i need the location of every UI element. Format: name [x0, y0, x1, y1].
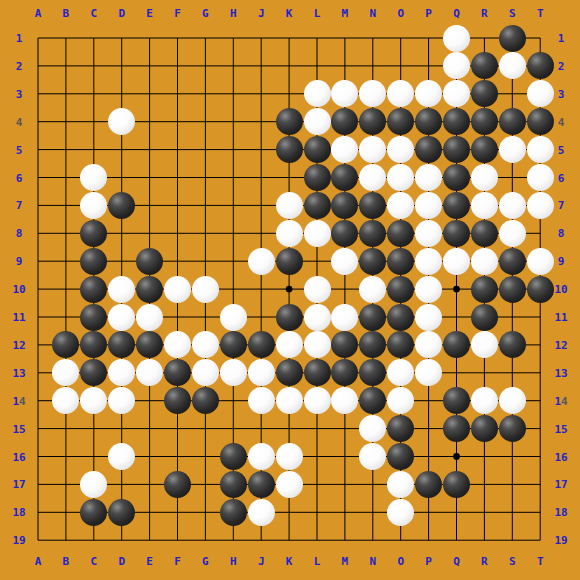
point-N7[interactable]	[359, 191, 387, 219]
point-J14[interactable]	[247, 387, 275, 415]
point-N16[interactable]	[359, 443, 387, 471]
point-S2[interactable]	[498, 52, 526, 80]
point-L18[interactable]	[303, 498, 331, 526]
point-D4[interactable]	[108, 108, 136, 136]
point-J6[interactable]	[247, 164, 275, 192]
point-Q1[interactable]	[443, 24, 471, 52]
point-R13[interactable]	[470, 359, 498, 387]
point-K16[interactable]	[275, 443, 303, 471]
point-F13[interactable]	[164, 359, 192, 387]
point-O1[interactable]	[387, 24, 415, 52]
point-G12[interactable]	[191, 331, 219, 359]
point-R1[interactable]	[470, 24, 498, 52]
point-P6[interactable]	[415, 164, 443, 192]
point-G13[interactable]	[191, 359, 219, 387]
point-S12[interactable]	[498, 331, 526, 359]
point-Q3[interactable]	[443, 80, 471, 108]
point-B17[interactable]	[52, 470, 80, 498]
point-F3[interactable]	[164, 80, 192, 108]
point-D11[interactable]	[108, 303, 136, 331]
point-B3[interactable]	[52, 80, 80, 108]
point-D18[interactable]	[108, 498, 136, 526]
point-J10[interactable]	[247, 275, 275, 303]
point-G4[interactable]	[191, 108, 219, 136]
point-D10[interactable]	[108, 275, 136, 303]
point-B1[interactable]	[52, 24, 80, 52]
point-Q18[interactable]	[443, 498, 471, 526]
point-F16[interactable]	[164, 443, 192, 471]
point-B9[interactable]	[52, 247, 80, 275]
point-C15[interactable]	[80, 415, 108, 443]
point-G3[interactable]	[191, 80, 219, 108]
point-G6[interactable]	[191, 164, 219, 192]
point-T13[interactable]	[526, 359, 554, 387]
point-H17[interactable]	[219, 470, 247, 498]
point-M5[interactable]	[331, 136, 359, 164]
point-C19[interactable]	[80, 526, 108, 554]
point-N6[interactable]	[359, 164, 387, 192]
point-M16[interactable]	[331, 443, 359, 471]
point-T18[interactable]	[526, 498, 554, 526]
point-J12[interactable]	[247, 331, 275, 359]
point-P7[interactable]	[415, 191, 443, 219]
point-R19[interactable]	[470, 526, 498, 554]
point-F2[interactable]	[164, 52, 192, 80]
point-F15[interactable]	[164, 415, 192, 443]
point-T19[interactable]	[526, 526, 554, 554]
point-N3[interactable]	[359, 80, 387, 108]
point-G17[interactable]	[191, 470, 219, 498]
point-D5[interactable]	[108, 136, 136, 164]
point-C9[interactable]	[80, 247, 108, 275]
point-L14[interactable]	[303, 387, 331, 415]
point-C6[interactable]	[80, 164, 108, 192]
point-E12[interactable]	[136, 331, 164, 359]
point-Q15[interactable]	[443, 415, 471, 443]
point-L3[interactable]	[303, 80, 331, 108]
point-H18[interactable]	[219, 498, 247, 526]
point-P1[interactable]	[415, 24, 443, 52]
point-J5[interactable]	[247, 136, 275, 164]
point-R3[interactable]	[470, 80, 498, 108]
point-E19[interactable]	[136, 526, 164, 554]
point-K11[interactable]	[275, 303, 303, 331]
point-K2[interactable]	[275, 52, 303, 80]
point-S14[interactable]	[498, 387, 526, 415]
point-P10[interactable]	[415, 275, 443, 303]
point-F9[interactable]	[164, 247, 192, 275]
point-N5[interactable]	[359, 136, 387, 164]
point-N9[interactable]	[359, 247, 387, 275]
point-O8[interactable]	[387, 219, 415, 247]
point-R11[interactable]	[470, 303, 498, 331]
point-T8[interactable]	[526, 219, 554, 247]
point-K6[interactable]	[275, 164, 303, 192]
point-J9[interactable]	[247, 247, 275, 275]
point-E9[interactable]	[136, 247, 164, 275]
point-S1[interactable]	[498, 24, 526, 52]
point-G15[interactable]	[191, 415, 219, 443]
point-S8[interactable]	[498, 219, 526, 247]
point-C4[interactable]	[80, 108, 108, 136]
point-D12[interactable]	[108, 331, 136, 359]
point-A11[interactable]	[24, 303, 52, 331]
point-B15[interactable]	[52, 415, 80, 443]
point-S11[interactable]	[498, 303, 526, 331]
point-O10[interactable]	[387, 275, 415, 303]
point-M19[interactable]	[331, 526, 359, 554]
point-B6[interactable]	[52, 164, 80, 192]
point-P9[interactable]	[415, 247, 443, 275]
point-O6[interactable]	[387, 164, 415, 192]
point-O19[interactable]	[387, 526, 415, 554]
point-R8[interactable]	[470, 219, 498, 247]
point-H14[interactable]	[219, 387, 247, 415]
point-J4[interactable]	[247, 108, 275, 136]
point-K15[interactable]	[275, 415, 303, 443]
point-E18[interactable]	[136, 498, 164, 526]
point-J8[interactable]	[247, 219, 275, 247]
point-O15[interactable]	[387, 415, 415, 443]
point-C14[interactable]	[80, 387, 108, 415]
point-M8[interactable]	[331, 219, 359, 247]
point-J17[interactable]	[247, 470, 275, 498]
point-B11[interactable]	[52, 303, 80, 331]
point-E16[interactable]	[136, 443, 164, 471]
point-T11[interactable]	[526, 303, 554, 331]
point-K10[interactable]	[275, 275, 303, 303]
point-R4[interactable]	[470, 108, 498, 136]
point-F18[interactable]	[164, 498, 192, 526]
point-C7[interactable]	[80, 191, 108, 219]
point-C17[interactable]	[80, 470, 108, 498]
point-G11[interactable]	[191, 303, 219, 331]
point-E1[interactable]	[136, 24, 164, 52]
point-N11[interactable]	[359, 303, 387, 331]
point-R5[interactable]	[470, 136, 498, 164]
point-J19[interactable]	[247, 526, 275, 554]
point-G8[interactable]	[191, 219, 219, 247]
point-N13[interactable]	[359, 359, 387, 387]
point-T15[interactable]	[526, 415, 554, 443]
point-C3[interactable]	[80, 80, 108, 108]
point-P19[interactable]	[415, 526, 443, 554]
point-L1[interactable]	[303, 24, 331, 52]
point-N14[interactable]	[359, 387, 387, 415]
point-S5[interactable]	[498, 136, 526, 164]
point-F10[interactable]	[164, 275, 192, 303]
point-A1[interactable]	[24, 24, 52, 52]
point-C1[interactable]	[80, 24, 108, 52]
point-Q4[interactable]	[443, 108, 471, 136]
point-B18[interactable]	[52, 498, 80, 526]
point-L19[interactable]	[303, 526, 331, 554]
point-T3[interactable]	[526, 80, 554, 108]
point-P18[interactable]	[415, 498, 443, 526]
point-O14[interactable]	[387, 387, 415, 415]
point-M10[interactable]	[331, 275, 359, 303]
point-S15[interactable]	[498, 415, 526, 443]
point-B12[interactable]	[52, 331, 80, 359]
point-G19[interactable]	[191, 526, 219, 554]
point-H12[interactable]	[219, 331, 247, 359]
point-A16[interactable]	[24, 443, 52, 471]
point-E13[interactable]	[136, 359, 164, 387]
point-L8[interactable]	[303, 219, 331, 247]
point-F12[interactable]	[164, 331, 192, 359]
point-G9[interactable]	[191, 247, 219, 275]
point-L5[interactable]	[303, 136, 331, 164]
point-T4[interactable]	[526, 108, 554, 136]
point-A8[interactable]	[24, 219, 52, 247]
point-T14[interactable]	[526, 387, 554, 415]
point-C16[interactable]	[80, 443, 108, 471]
point-M12[interactable]	[331, 331, 359, 359]
point-E5[interactable]	[136, 136, 164, 164]
point-L15[interactable]	[303, 415, 331, 443]
point-D6[interactable]	[108, 164, 136, 192]
point-K18[interactable]	[275, 498, 303, 526]
point-Q19[interactable]	[443, 526, 471, 554]
point-Q10[interactable]	[443, 275, 471, 303]
point-K5[interactable]	[275, 136, 303, 164]
point-J16[interactable]	[247, 443, 275, 471]
point-T7[interactable]	[526, 191, 554, 219]
point-N2[interactable]	[359, 52, 387, 80]
point-B10[interactable]	[52, 275, 80, 303]
point-R12[interactable]	[470, 331, 498, 359]
point-P14[interactable]	[415, 387, 443, 415]
point-M9[interactable]	[331, 247, 359, 275]
point-P16[interactable]	[415, 443, 443, 471]
point-R17[interactable]	[470, 470, 498, 498]
point-S4[interactable]	[498, 108, 526, 136]
point-P13[interactable]	[415, 359, 443, 387]
point-O13[interactable]	[387, 359, 415, 387]
point-E17[interactable]	[136, 470, 164, 498]
point-F14[interactable]	[164, 387, 192, 415]
point-K14[interactable]	[275, 387, 303, 415]
point-D7[interactable]	[108, 191, 136, 219]
point-C2[interactable]	[80, 52, 108, 80]
point-O9[interactable]	[387, 247, 415, 275]
point-P2[interactable]	[415, 52, 443, 80]
point-M4[interactable]	[331, 108, 359, 136]
point-M17[interactable]	[331, 470, 359, 498]
point-B2[interactable]	[52, 52, 80, 80]
point-G10[interactable]	[191, 275, 219, 303]
point-J7[interactable]	[247, 191, 275, 219]
point-S16[interactable]	[498, 443, 526, 471]
point-H3[interactable]	[219, 80, 247, 108]
point-O12[interactable]	[387, 331, 415, 359]
point-N4[interactable]	[359, 108, 387, 136]
point-C8[interactable]	[80, 219, 108, 247]
point-R6[interactable]	[470, 164, 498, 192]
point-F5[interactable]	[164, 136, 192, 164]
point-S10[interactable]	[498, 275, 526, 303]
point-A7[interactable]	[24, 191, 52, 219]
point-B14[interactable]	[52, 387, 80, 415]
point-L16[interactable]	[303, 443, 331, 471]
point-B7[interactable]	[52, 191, 80, 219]
point-A3[interactable]	[24, 80, 52, 108]
point-L17[interactable]	[303, 470, 331, 498]
point-G2[interactable]	[191, 52, 219, 80]
point-B13[interactable]	[52, 359, 80, 387]
point-L12[interactable]	[303, 331, 331, 359]
point-H16[interactable]	[219, 443, 247, 471]
point-F4[interactable]	[164, 108, 192, 136]
point-E10[interactable]	[136, 275, 164, 303]
point-N15[interactable]	[359, 415, 387, 443]
point-H15[interactable]	[219, 415, 247, 443]
point-A15[interactable]	[24, 415, 52, 443]
point-P11[interactable]	[415, 303, 443, 331]
point-J2[interactable]	[247, 52, 275, 80]
point-S17[interactable]	[498, 470, 526, 498]
point-H4[interactable]	[219, 108, 247, 136]
point-O2[interactable]	[387, 52, 415, 80]
point-H2[interactable]	[219, 52, 247, 80]
point-L9[interactable]	[303, 247, 331, 275]
point-D17[interactable]	[108, 470, 136, 498]
point-H8[interactable]	[219, 219, 247, 247]
point-K13[interactable]	[275, 359, 303, 387]
point-D13[interactable]	[108, 359, 136, 387]
point-C18[interactable]	[80, 498, 108, 526]
point-M14[interactable]	[331, 387, 359, 415]
point-K3[interactable]	[275, 80, 303, 108]
point-Q9[interactable]	[443, 247, 471, 275]
point-G7[interactable]	[191, 191, 219, 219]
point-M3[interactable]	[331, 80, 359, 108]
point-H10[interactable]	[219, 275, 247, 303]
point-A14[interactable]	[24, 387, 52, 415]
point-E8[interactable]	[136, 219, 164, 247]
point-N19[interactable]	[359, 526, 387, 554]
point-S3[interactable]	[498, 80, 526, 108]
point-T17[interactable]	[526, 470, 554, 498]
point-A17[interactable]	[24, 470, 52, 498]
point-F7[interactable]	[164, 191, 192, 219]
point-G14[interactable]	[191, 387, 219, 415]
point-P15[interactable]	[415, 415, 443, 443]
point-A12[interactable]	[24, 331, 52, 359]
point-D19[interactable]	[108, 526, 136, 554]
point-K7[interactable]	[275, 191, 303, 219]
point-A18[interactable]	[24, 498, 52, 526]
point-G18[interactable]	[191, 498, 219, 526]
point-O16[interactable]	[387, 443, 415, 471]
point-C5[interactable]	[80, 136, 108, 164]
point-E7[interactable]	[136, 191, 164, 219]
point-P17[interactable]	[415, 470, 443, 498]
point-S7[interactable]	[498, 191, 526, 219]
point-B5[interactable]	[52, 136, 80, 164]
point-E4[interactable]	[136, 108, 164, 136]
point-G16[interactable]	[191, 443, 219, 471]
point-R14[interactable]	[470, 387, 498, 415]
point-A2[interactable]	[24, 52, 52, 80]
point-F8[interactable]	[164, 219, 192, 247]
point-H13[interactable]	[219, 359, 247, 387]
point-B4[interactable]	[52, 108, 80, 136]
point-T12[interactable]	[526, 331, 554, 359]
point-H19[interactable]	[219, 526, 247, 554]
point-N8[interactable]	[359, 219, 387, 247]
point-R2[interactable]	[470, 52, 498, 80]
point-O11[interactable]	[387, 303, 415, 331]
point-J3[interactable]	[247, 80, 275, 108]
point-M2[interactable]	[331, 52, 359, 80]
point-D3[interactable]	[108, 80, 136, 108]
point-F1[interactable]	[164, 24, 192, 52]
point-K19[interactable]	[275, 526, 303, 554]
point-J13[interactable]	[247, 359, 275, 387]
point-E11[interactable]	[136, 303, 164, 331]
point-R18[interactable]	[470, 498, 498, 526]
point-F6[interactable]	[164, 164, 192, 192]
point-E6[interactable]	[136, 164, 164, 192]
point-K4[interactable]	[275, 108, 303, 136]
point-M13[interactable]	[331, 359, 359, 387]
point-Q8[interactable]	[443, 219, 471, 247]
point-K8[interactable]	[275, 219, 303, 247]
point-D8[interactable]	[108, 219, 136, 247]
point-K17[interactable]	[275, 470, 303, 498]
point-L11[interactable]	[303, 303, 331, 331]
point-R15[interactable]	[470, 415, 498, 443]
point-A4[interactable]	[24, 108, 52, 136]
point-F11[interactable]	[164, 303, 192, 331]
point-Q2[interactable]	[443, 52, 471, 80]
point-P5[interactable]	[415, 136, 443, 164]
point-N17[interactable]	[359, 470, 387, 498]
point-N12[interactable]	[359, 331, 387, 359]
point-E3[interactable]	[136, 80, 164, 108]
point-L10[interactable]	[303, 275, 331, 303]
point-K9[interactable]	[275, 247, 303, 275]
point-L6[interactable]	[303, 164, 331, 192]
point-H7[interactable]	[219, 191, 247, 219]
point-E15[interactable]	[136, 415, 164, 443]
point-S19[interactable]	[498, 526, 526, 554]
point-O7[interactable]	[387, 191, 415, 219]
point-O18[interactable]	[387, 498, 415, 526]
point-S18[interactable]	[498, 498, 526, 526]
point-L7[interactable]	[303, 191, 331, 219]
point-H11[interactable]	[219, 303, 247, 331]
point-J11[interactable]	[247, 303, 275, 331]
point-A6[interactable]	[24, 164, 52, 192]
point-L2[interactable]	[303, 52, 331, 80]
point-A9[interactable]	[24, 247, 52, 275]
point-A10[interactable]	[24, 275, 52, 303]
point-B16[interactable]	[52, 443, 80, 471]
point-K12[interactable]	[275, 331, 303, 359]
point-S9[interactable]	[498, 247, 526, 275]
point-J18[interactable]	[247, 498, 275, 526]
point-F17[interactable]	[164, 470, 192, 498]
point-S13[interactable]	[498, 359, 526, 387]
point-B19[interactable]	[52, 526, 80, 554]
point-Q12[interactable]	[443, 331, 471, 359]
point-A5[interactable]	[24, 136, 52, 164]
point-C13[interactable]	[80, 359, 108, 387]
point-N18[interactable]	[359, 498, 387, 526]
point-T9[interactable]	[526, 247, 554, 275]
